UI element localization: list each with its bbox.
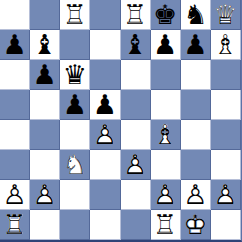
square-b3[interactable]	[30, 150, 60, 180]
square-d5[interactable]: ♟	[90, 90, 120, 120]
white-pawn[interactable]: ♟♙	[151, 180, 180, 210]
black-pawn[interactable]: ♟	[151, 30, 180, 60]
square-h3[interactable]	[211, 150, 241, 180]
square-h2[interactable]: ♟♙	[211, 180, 241, 210]
white-pawn[interactable]: ♟♙	[0, 180, 29, 210]
square-b1[interactable]	[30, 210, 60, 240]
square-c5[interactable]: ♟	[60, 90, 90, 120]
black-pawn[interactable]: ♟	[0, 30, 29, 60]
square-a6[interactable]	[0, 60, 30, 90]
square-e6[interactable]	[121, 60, 151, 90]
chess-board: ♜♖♜♖♚♞♛♕♟♝♝♟♟♝♗♟♛♟♟♟♙♝♗♞♘♟♙♟♙♟♙♟♙♟♙♟♙♜♖♜…	[0, 0, 242, 242]
square-e8[interactable]: ♜♖	[121, 0, 151, 30]
black-bishop-glyph: ♝	[121, 30, 150, 60]
square-f4[interactable]: ♝♗	[151, 120, 181, 150]
white-pawn-outline: ♙	[121, 150, 150, 180]
square-b5[interactable]	[30, 90, 60, 120]
black-pawn[interactable]: ♟	[181, 30, 210, 60]
square-e3[interactable]: ♟♙	[121, 150, 151, 180]
white-queen-outline: ♕	[211, 0, 240, 30]
black-pawn-glyph: ♟	[90, 90, 119, 120]
white-pawn[interactable]: ♟♙	[181, 180, 210, 210]
black-knight-glyph: ♞	[181, 0, 210, 30]
square-a8[interactable]	[0, 0, 30, 30]
square-f7[interactable]: ♟	[151, 30, 181, 60]
black-king[interactable]: ♚	[151, 0, 180, 30]
white-pawn-outline: ♙	[181, 180, 210, 210]
square-h4[interactable]	[211, 120, 241, 150]
white-rook[interactable]: ♜♖	[151, 210, 180, 240]
square-f2[interactable]: ♟♙	[151, 180, 181, 210]
black-pawn-glyph: ♟	[60, 90, 89, 120]
square-a5[interactable]	[0, 90, 30, 120]
square-a1[interactable]: ♜♖	[0, 210, 30, 240]
black-queen-glyph: ♛	[60, 60, 89, 90]
square-g1[interactable]: ♚♔	[181, 210, 211, 240]
white-bishop[interactable]: ♝♗	[151, 120, 180, 150]
white-pawn[interactable]: ♟♙	[90, 120, 119, 150]
white-rook-outline: ♖	[0, 210, 29, 240]
black-pawn-glyph: ♟	[151, 30, 180, 60]
square-h1[interactable]	[211, 210, 241, 240]
black-bishop[interactable]: ♝	[121, 30, 150, 60]
square-a4[interactable]	[0, 120, 30, 150]
white-pawn-outline: ♙	[30, 180, 59, 210]
square-d1[interactable]	[90, 210, 120, 240]
square-c2[interactable]	[60, 180, 90, 210]
white-bishop-outline: ♗	[211, 30, 240, 60]
white-pawn-outline: ♙	[0, 180, 29, 210]
white-pawn[interactable]: ♟♙	[121, 150, 150, 180]
square-g8[interactable]: ♞	[181, 0, 211, 30]
square-d4[interactable]: ♟♙	[90, 120, 120, 150]
square-b7[interactable]: ♝	[30, 30, 60, 60]
black-bishop[interactable]: ♝	[30, 30, 59, 60]
black-pawn[interactable]: ♟	[30, 60, 59, 90]
square-c3[interactable]: ♞♘	[60, 150, 90, 180]
black-pawn-glyph: ♟	[30, 60, 59, 90]
black-queen[interactable]: ♛	[60, 60, 89, 90]
square-a3[interactable]	[0, 150, 30, 180]
white-rook[interactable]: ♜♖	[0, 210, 29, 240]
white-rook-outline: ♖	[151, 210, 180, 240]
square-g2[interactable]: ♟♙	[181, 180, 211, 210]
square-d3[interactable]	[90, 150, 120, 180]
square-d6[interactable]	[90, 60, 120, 90]
square-e2[interactable]	[121, 180, 151, 210]
black-pawn[interactable]: ♟	[90, 90, 119, 120]
square-c4[interactable]	[60, 120, 90, 150]
white-pawn-outline: ♙	[151, 180, 180, 210]
square-g7[interactable]: ♟	[181, 30, 211, 60]
square-c1[interactable]	[60, 210, 90, 240]
square-f8[interactable]: ♚	[151, 0, 181, 30]
square-c6[interactable]: ♛	[60, 60, 90, 90]
white-knight-outline: ♘	[60, 150, 89, 180]
black-bishop-glyph: ♝	[30, 30, 59, 60]
square-e4[interactable]	[121, 120, 151, 150]
square-f1[interactable]: ♜♖	[151, 210, 181, 240]
white-rook-outline: ♖	[60, 0, 89, 30]
square-b4[interactable]	[30, 120, 60, 150]
white-pawn-outline: ♙	[90, 120, 119, 150]
white-pawn[interactable]: ♟♙	[211, 180, 240, 210]
white-king-outline: ♔	[181, 210, 210, 240]
square-f5[interactable]	[151, 90, 181, 120]
square-a7[interactable]: ♟	[0, 30, 30, 60]
square-b8[interactable]	[30, 0, 60, 30]
white-rook[interactable]: ♜♖	[121, 0, 150, 30]
white-queen[interactable]: ♛♕	[211, 0, 240, 30]
square-c8[interactable]: ♜♖	[60, 0, 90, 30]
white-bishop-outline: ♗	[151, 120, 180, 150]
square-h8[interactable]: ♛♕	[211, 0, 241, 30]
black-pawn[interactable]: ♟	[60, 90, 89, 120]
black-knight[interactable]: ♞	[181, 0, 210, 30]
black-king-glyph: ♚	[151, 0, 180, 30]
square-c7[interactable]	[60, 30, 90, 60]
white-knight[interactable]: ♞♘	[60, 150, 89, 180]
square-g6[interactable]	[181, 60, 211, 90]
white-pawn-outline: ♙	[211, 180, 240, 210]
square-h6[interactable]	[211, 60, 241, 90]
white-rook[interactable]: ♜♖	[60, 0, 89, 30]
square-g3[interactable]	[181, 150, 211, 180]
square-e1[interactable]	[121, 210, 151, 240]
square-b6[interactable]: ♟	[30, 60, 60, 90]
square-e5[interactable]	[121, 90, 151, 120]
square-h5[interactable]	[211, 90, 241, 120]
square-g4[interactable]	[181, 120, 211, 150]
square-f3[interactable]	[151, 150, 181, 180]
black-pawn-glyph: ♟	[181, 30, 210, 60]
square-b2[interactable]: ♟♙	[30, 180, 60, 210]
square-g5[interactable]	[181, 90, 211, 120]
square-e7[interactable]: ♝	[121, 30, 151, 60]
square-h7[interactable]: ♝♗	[211, 30, 241, 60]
white-bishop[interactable]: ♝♗	[211, 30, 240, 60]
white-king[interactable]: ♚♔	[181, 210, 210, 240]
square-d7[interactable]	[90, 30, 120, 60]
square-f6[interactable]	[151, 60, 181, 90]
white-pawn[interactable]: ♟♙	[30, 180, 59, 210]
square-d2[interactable]	[90, 180, 120, 210]
black-pawn-glyph: ♟	[0, 30, 29, 60]
square-d8[interactable]	[90, 0, 120, 30]
square-a2[interactable]: ♟♙	[0, 180, 30, 210]
white-rook-outline: ♖	[121, 0, 150, 30]
